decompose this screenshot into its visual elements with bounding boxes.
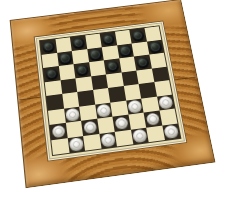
checker-piece-black[interactable] [118,45,132,57]
checker-piece-white[interactable] [127,100,141,113]
checker-piece-black[interactable] [88,48,102,60]
checker-piece-black[interactable] [105,60,119,73]
photo-stage [17,0,199,172]
checker-piece-black[interactable] [75,64,89,77]
checker-piece-white[interactable] [65,108,79,121]
checker-piece-white[interactable] [145,112,160,125]
checker-piece-black[interactable] [45,68,59,81]
checker-piece-black[interactable] [72,37,86,49]
checker-piece-black[interactable] [42,41,55,53]
checkers-box [10,0,216,188]
checker-piece-black[interactable] [58,52,72,64]
checker-piece-black[interactable] [148,41,162,53]
